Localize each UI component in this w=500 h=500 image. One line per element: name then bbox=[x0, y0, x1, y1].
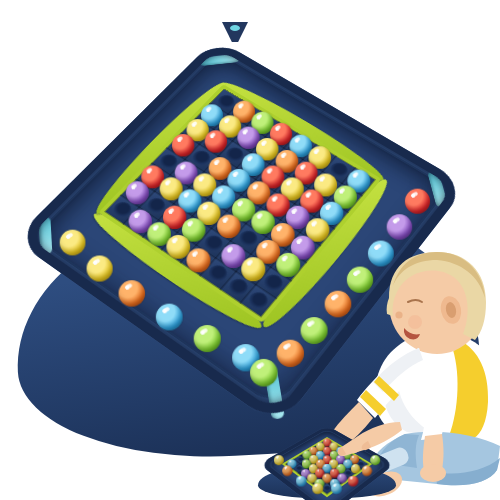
ball-red bbox=[205, 130, 227, 152]
tray-ball-blue bbox=[331, 483, 342, 494]
toddler-nose bbox=[395, 311, 402, 318]
baby-hand bbox=[330, 420, 402, 462]
ball-orange bbox=[217, 214, 240, 237]
ball-orange bbox=[186, 248, 210, 272]
ball-purple bbox=[125, 181, 148, 204]
ball-yellow bbox=[351, 464, 360, 473]
tray-ball-red bbox=[405, 189, 430, 214]
tray-ball-blue bbox=[296, 476, 307, 487]
tray-ball-green bbox=[194, 325, 221, 352]
tray-ball-green bbox=[250, 359, 278, 387]
tray-ball-red bbox=[348, 476, 359, 487]
tray-ball-yellow bbox=[87, 255, 113, 281]
tray-ball-orange bbox=[282, 465, 292, 475]
tray-ball-orange bbox=[362, 465, 372, 475]
tray-ball-yellow bbox=[312, 483, 323, 494]
teal-latch-dot bbox=[230, 25, 240, 31]
ball-yellow bbox=[241, 257, 265, 281]
tray-ball-blue bbox=[156, 304, 183, 331]
tray-ball-yellow bbox=[274, 455, 284, 465]
tray-ball-orange bbox=[119, 280, 145, 306]
tray-ball-yellow bbox=[60, 230, 86, 256]
ball-red bbox=[171, 134, 193, 156]
product-photo bbox=[0, 0, 500, 500]
